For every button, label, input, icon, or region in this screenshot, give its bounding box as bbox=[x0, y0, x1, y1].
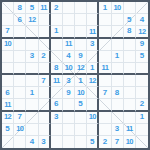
cell-r5c9[interactable] bbox=[99, 51, 111, 63]
cell-r7c11[interactable] bbox=[124, 75, 136, 87]
cell-r6c8[interactable]: 1 bbox=[87, 63, 99, 75]
cell-r6c11[interactable] bbox=[124, 63, 136, 75]
cell-r7c1[interactable] bbox=[2, 75, 14, 87]
cell-r4c6[interactable]: 11 bbox=[63, 39, 75, 51]
cell-r2c9[interactable] bbox=[99, 14, 111, 26]
cell-r2c8[interactable] bbox=[87, 14, 99, 26]
cell-r2c1[interactable] bbox=[2, 14, 14, 26]
cell-r12c1[interactable] bbox=[2, 136, 14, 148]
cell-r9c3[interactable] bbox=[26, 99, 38, 111]
cell-r11c4[interactable] bbox=[39, 124, 51, 136]
cell-r12c12[interactable] bbox=[136, 136, 148, 148]
cell-r12c8[interactable]: 5 bbox=[87, 136, 99, 148]
cell-r10c10[interactable] bbox=[112, 112, 124, 124]
cell-r2c7[interactable] bbox=[75, 14, 87, 26]
cell-r8c6[interactable]: 9 bbox=[63, 87, 75, 99]
cell-r4c8[interactable]: 3 bbox=[87, 39, 99, 51]
cell-r12c5[interactable] bbox=[51, 136, 63, 148]
cell-r7c8[interactable]: 12 bbox=[87, 75, 99, 87]
cell-r11c10[interactable]: 3 bbox=[112, 124, 124, 136]
cell-r11c1[interactable]: 5 bbox=[2, 124, 14, 136]
cell-r3c8[interactable]: 11 bbox=[87, 26, 99, 38]
cell-r2c12[interactable]: 4 bbox=[136, 14, 148, 26]
cell-r1c1[interactable] bbox=[2, 2, 14, 14]
cell-r7c12[interactable] bbox=[136, 75, 148, 87]
cell-r10c6[interactable] bbox=[63, 112, 75, 124]
cell-r4c4[interactable] bbox=[39, 39, 51, 51]
sudoku-grid: 8511211061254711181210113932491581012111… bbox=[2, 2, 148, 148]
cell-r6c3[interactable] bbox=[26, 63, 38, 75]
cell-r12c11[interactable]: 10 bbox=[124, 136, 136, 148]
cell-r11c5[interactable] bbox=[51, 124, 63, 136]
cell-r9c5[interactable]: 6 bbox=[51, 99, 63, 111]
cell-r9c4[interactable] bbox=[39, 99, 51, 111]
cell-r11c6[interactable] bbox=[63, 124, 75, 136]
cell-r3c11[interactable]: 8 bbox=[124, 26, 136, 38]
cell-r5c5[interactable] bbox=[51, 51, 63, 63]
cell-r3c10[interactable] bbox=[112, 26, 124, 38]
cell-r10c3[interactable] bbox=[26, 112, 38, 124]
cell-r8c8[interactable] bbox=[87, 87, 99, 99]
cell-r1c2[interactable]: 8 bbox=[14, 2, 26, 14]
cell-r5c12[interactable]: 5 bbox=[136, 51, 148, 63]
cell-r5c3[interactable]: 3 bbox=[26, 51, 38, 63]
cell-r7c7[interactable]: 1 bbox=[75, 75, 87, 87]
cell-r5c11[interactable] bbox=[124, 51, 136, 63]
cell-r5c1[interactable] bbox=[2, 51, 14, 63]
cell-r2c2[interactable]: 6 bbox=[14, 14, 26, 26]
cell-r1c10[interactable]: 10 bbox=[112, 2, 124, 14]
cell-r12c4[interactable]: 3 bbox=[39, 136, 51, 148]
cell-r4c7[interactable] bbox=[75, 39, 87, 51]
cell-r6c5[interactable]: 8 bbox=[51, 63, 63, 75]
cell-r4c2[interactable] bbox=[14, 39, 26, 51]
cell-r8c1[interactable]: 6 bbox=[2, 87, 14, 99]
cell-r6c9[interactable]: 11 bbox=[99, 63, 111, 75]
cell-r8c11[interactable] bbox=[124, 87, 136, 99]
cell-r12c7[interactable] bbox=[75, 136, 87, 148]
cell-r4c12[interactable]: 9 bbox=[136, 39, 148, 51]
cell-r9c9[interactable] bbox=[99, 99, 111, 111]
cell-r7c6[interactable]: 3 bbox=[63, 75, 75, 87]
cell-r6c12[interactable] bbox=[136, 63, 148, 75]
cell-r3c1[interactable]: 7 bbox=[2, 26, 14, 38]
cell-r12c9[interactable]: 2 bbox=[99, 136, 111, 148]
cell-r2c4[interactable] bbox=[39, 14, 51, 26]
cell-r5c8[interactable] bbox=[87, 51, 99, 63]
cell-r6c7[interactable]: 12 bbox=[75, 63, 87, 75]
cell-r9c1[interactable]: 11 bbox=[2, 99, 14, 111]
cell-r12c2[interactable] bbox=[14, 136, 26, 148]
cell-r6c6[interactable]: 10 bbox=[63, 63, 75, 75]
cell-r4c10[interactable] bbox=[112, 39, 124, 51]
cell-r1c3[interactable]: 5 bbox=[26, 2, 38, 14]
cell-r7c5[interactable]: 11 bbox=[51, 75, 63, 87]
cell-r3c4[interactable] bbox=[39, 26, 51, 38]
cell-r10c4[interactable] bbox=[39, 112, 51, 124]
cell-r7c9[interactable] bbox=[99, 75, 111, 87]
cell-r6c1[interactable] bbox=[2, 63, 14, 75]
cell-r12c10[interactable]: 7 bbox=[112, 136, 124, 148]
cell-r5c6[interactable]: 4 bbox=[63, 51, 75, 63]
cell-r4c11[interactable] bbox=[124, 39, 136, 51]
cell-r2c6[interactable] bbox=[63, 14, 75, 26]
cell-r2c11[interactable]: 5 bbox=[124, 14, 136, 26]
cell-r8c3[interactable]: 1 bbox=[26, 87, 38, 99]
cell-r1c6[interactable] bbox=[63, 2, 75, 14]
cell-r9c10[interactable] bbox=[112, 99, 124, 111]
cell-r3c7[interactable] bbox=[75, 26, 87, 38]
cell-r10c1[interactable]: 12 bbox=[2, 112, 14, 124]
cell-r5c2[interactable] bbox=[14, 51, 26, 63]
cell-r1c7[interactable] bbox=[75, 2, 87, 14]
cell-r11c12[interactable] bbox=[136, 124, 148, 136]
cell-r1c9[interactable]: 1 bbox=[99, 2, 111, 14]
cell-r3c12[interactable]: 12 bbox=[136, 26, 148, 38]
cell-r9c8[interactable] bbox=[87, 99, 99, 111]
cell-r4c5[interactable] bbox=[51, 39, 63, 51]
cell-r11c11[interactable]: 11 bbox=[124, 124, 136, 136]
cell-r4c9[interactable] bbox=[99, 39, 111, 51]
cell-r7c3[interactable] bbox=[26, 75, 38, 87]
cell-r11c2[interactable]: 10 bbox=[14, 124, 26, 136]
cell-r2c3[interactable]: 12 bbox=[26, 14, 38, 26]
cell-r8c2[interactable] bbox=[14, 87, 26, 99]
cell-r10c5[interactable]: 3 bbox=[51, 112, 63, 124]
cell-r11c8[interactable] bbox=[87, 124, 99, 136]
cell-r3c6[interactable] bbox=[63, 26, 75, 38]
cell-r11c7[interactable] bbox=[75, 124, 87, 136]
cell-r9c11[interactable] bbox=[124, 99, 136, 111]
cell-r8c9[interactable]: 7 bbox=[99, 87, 111, 99]
cell-r3c3[interactable] bbox=[26, 26, 38, 38]
cell-r9c12[interactable]: 2 bbox=[136, 99, 148, 111]
cell-r10c8[interactable]: 10 bbox=[87, 112, 99, 124]
cell-r7c10[interactable] bbox=[112, 75, 124, 87]
cell-r5c4[interactable]: 2 bbox=[39, 51, 51, 63]
cell-r10c7[interactable] bbox=[75, 112, 87, 124]
cell-r8c5[interactable] bbox=[51, 87, 63, 99]
cell-r1c12[interactable] bbox=[136, 2, 148, 14]
cell-r9c7[interactable]: 5 bbox=[75, 99, 87, 111]
cell-r3c5[interactable]: 1 bbox=[51, 26, 63, 38]
cell-r2c10[interactable] bbox=[112, 14, 124, 26]
sudoku-app: 8511211061254711181210113932491581012111… bbox=[0, 0, 150, 150]
cell-r6c2[interactable] bbox=[14, 63, 26, 75]
cell-r4c3[interactable] bbox=[26, 39, 38, 51]
cell-r1c8[interactable] bbox=[87, 2, 99, 14]
cell-r9c2[interactable] bbox=[14, 99, 26, 111]
cell-r7c4[interactable]: 7 bbox=[39, 75, 51, 87]
cell-r2c5[interactable] bbox=[51, 14, 63, 26]
cell-r10c2[interactable]: 7 bbox=[14, 112, 26, 124]
cell-r3c2[interactable] bbox=[14, 26, 26, 38]
cell-r8c12[interactable] bbox=[136, 87, 148, 99]
cell-r7c2[interactable] bbox=[14, 75, 26, 87]
cell-r1c4[interactable]: 11 bbox=[39, 2, 51, 14]
cell-r1c5[interactable]: 2 bbox=[51, 2, 63, 14]
cell-r5c7[interactable]: 9 bbox=[75, 51, 87, 63]
cell-r5c10[interactable]: 1 bbox=[112, 51, 124, 63]
cell-r10c11[interactable] bbox=[124, 112, 136, 124]
cell-r12c6[interactable] bbox=[63, 136, 75, 148]
cell-r8c4[interactable] bbox=[39, 87, 51, 99]
cell-r10c12[interactable]: 1 bbox=[136, 112, 148, 124]
cell-r6c4[interactable] bbox=[39, 63, 51, 75]
sudoku-board: 8511211061254711181210113932491581012111… bbox=[0, 0, 150, 150]
cell-r8c7[interactable]: 10 bbox=[75, 87, 87, 99]
cell-r4c1[interactable]: 10 bbox=[2, 39, 14, 51]
cell-r3c9[interactable] bbox=[99, 26, 111, 38]
cell-r11c3[interactable] bbox=[26, 124, 38, 136]
cell-r9c6[interactable] bbox=[63, 99, 75, 111]
cell-r12c3[interactable]: 4 bbox=[26, 136, 38, 148]
cell-r11c9[interactable] bbox=[99, 124, 111, 136]
cell-r1c11[interactable] bbox=[124, 2, 136, 14]
cell-r6c10[interactable] bbox=[112, 63, 124, 75]
cell-r10c9[interactable] bbox=[99, 112, 111, 124]
cell-r8c10[interactable]: 8 bbox=[112, 87, 124, 99]
